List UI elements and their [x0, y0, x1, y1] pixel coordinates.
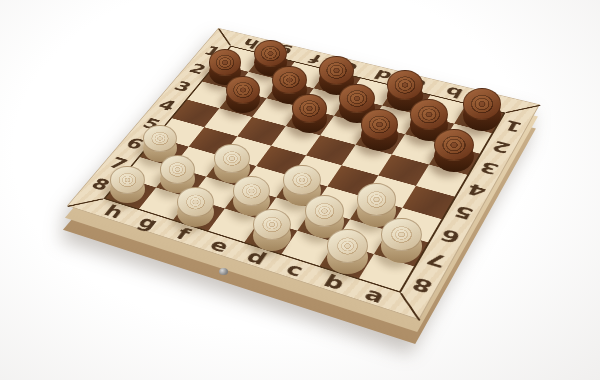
- checker-dark-e3[interactable]: ⛂: [292, 94, 328, 133]
- piece-top-face: ⛂: [410, 99, 448, 130]
- piece-top-face: ⛀: [381, 218, 422, 252]
- hinge-screw: [219, 268, 228, 275]
- piece-top-face: ⛂: [387, 70, 424, 100]
- checker-dark-a1[interactable]: ⛂: [463, 88, 502, 131]
- checker-dark-g3[interactable]: ⛂: [226, 76, 260, 113]
- piece-top-face: ⛀: [233, 176, 270, 206]
- piece-top-face: ⛂: [319, 56, 354, 85]
- checker-light-b8[interactable]: ⛀: [327, 229, 368, 274]
- photo-stage: hhggffeeddccbbaa1122334455667788 ⛂⛂⛂⛂⛂⛂⛂…: [0, 0, 600, 380]
- piece-top-face: ⛂: [254, 40, 287, 67]
- piece-top-face: ⛂: [463, 88, 502, 120]
- checker-light-a7[interactable]: ⛀: [381, 218, 422, 263]
- piece-top-face: ⛀: [305, 195, 344, 227]
- checker-light-f8[interactable]: ⛀: [177, 187, 213, 227]
- checker-dark-a3[interactable]: ⛂: [434, 129, 474, 172]
- checker-light-h8[interactable]: ⛀: [110, 166, 144, 204]
- checker-light-d8[interactable]: ⛀: [253, 209, 291, 251]
- piece-top-face: ⛂: [361, 109, 399, 140]
- piece-top-face: ⛀: [160, 155, 195, 184]
- piece-top-face: ⛀: [357, 183, 397, 216]
- piece-top-face: ⛀: [327, 229, 368, 262]
- piece-top-face: ⛂: [272, 66, 306, 94]
- piece-top-face: ⛀: [253, 209, 291, 240]
- piece-top-face: ⛂: [226, 76, 260, 104]
- checker-dark-c3[interactable]: ⛂: [361, 109, 399, 150]
- piece-top-face: ⛀: [110, 166, 144, 194]
- piece-top-face: ⛀: [143, 125, 177, 153]
- piece-top-face: ⛂: [209, 49, 242, 76]
- piece-top-face: ⛀: [177, 187, 213, 217]
- piece-top-face: ⛂: [434, 129, 474, 161]
- piece-top-face: ⛀: [283, 165, 321, 196]
- piece-top-face: ⛂: [292, 94, 328, 123]
- piece-top-face: ⛀: [214, 144, 250, 173]
